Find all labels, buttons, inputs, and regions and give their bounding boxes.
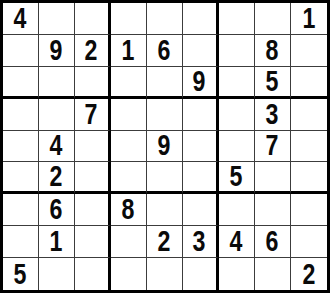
- cell-r5c9[interactable]: [291, 131, 327, 163]
- given-digit: 9: [50, 36, 63, 65]
- cell-r2c6[interactable]: [183, 35, 219, 67]
- cell-r6c6[interactable]: [183, 162, 219, 194]
- cell-r1c4[interactable]: [111, 3, 147, 35]
- given-digit: 2: [158, 227, 171, 256]
- cell-r7c6[interactable]: [183, 194, 219, 226]
- cell-r7c1[interactable]: [3, 194, 39, 226]
- cell-r4c8[interactable]: 3: [255, 99, 291, 131]
- cell-r3c7[interactable]: [219, 67, 255, 99]
- cell-r9c9[interactable]: 2: [291, 258, 327, 290]
- cell-r4c9[interactable]: [291, 99, 327, 131]
- cell-r1c7[interactable]: [219, 3, 255, 35]
- cell-r6c4[interactable]: [111, 162, 147, 194]
- cell-r4c1[interactable]: [3, 99, 39, 131]
- given-digit: 9: [193, 67, 206, 96]
- given-digit: 1: [122, 36, 135, 65]
- cell-r5c1[interactable]: [3, 131, 39, 163]
- given-digit: 8: [266, 36, 279, 65]
- cell-r6c5[interactable]: [147, 162, 183, 194]
- cell-r6c3[interactable]: [75, 162, 111, 194]
- cell-r7c7[interactable]: [219, 194, 255, 226]
- cell-r7c8[interactable]: [255, 194, 291, 226]
- cell-r2c4[interactable]: 1: [111, 35, 147, 67]
- cell-r4c6[interactable]: [183, 99, 219, 131]
- cell-r6c8[interactable]: [255, 162, 291, 194]
- cell-r7c3[interactable]: [75, 194, 111, 226]
- cell-r9c5[interactable]: [147, 258, 183, 290]
- given-digit: 5: [14, 260, 27, 289]
- cell-r2c8[interactable]: 8: [255, 35, 291, 67]
- given-digit: 6: [266, 227, 279, 256]
- given-digit: 2: [85, 36, 98, 65]
- cell-r1c3[interactable]: [75, 3, 111, 35]
- cell-r4c3[interactable]: 7: [75, 99, 111, 131]
- cell-r7c9[interactable]: [291, 194, 327, 226]
- cell-r6c7[interactable]: 5: [219, 162, 255, 194]
- cell-r5c7[interactable]: [219, 131, 255, 163]
- sudoku-page: 4192168957349725681234652: [0, 0, 330, 293]
- cell-r4c7[interactable]: [219, 99, 255, 131]
- cell-r9c6[interactable]: [183, 258, 219, 290]
- cell-r1c1[interactable]: 4: [3, 3, 39, 35]
- cell-r5c4[interactable]: [111, 131, 147, 163]
- cell-r8c4[interactable]: [111, 226, 147, 258]
- cell-r8c7[interactable]: 4: [219, 226, 255, 258]
- given-digit: 7: [266, 131, 279, 160]
- cell-r2c9[interactable]: [291, 35, 327, 67]
- given-digit: 4: [230, 227, 243, 256]
- given-digit: 8: [122, 195, 135, 224]
- given-digit: 2: [303, 260, 316, 289]
- cell-r8c6[interactable]: 3: [183, 226, 219, 258]
- cell-r3c8[interactable]: 5: [255, 67, 291, 99]
- given-digit: 4: [50, 131, 63, 160]
- cell-r4c2[interactable]: [39, 99, 75, 131]
- cell-r7c2[interactable]: 6: [39, 194, 75, 226]
- given-digit: 5: [266, 67, 279, 96]
- cell-r5c8[interactable]: 7: [255, 131, 291, 163]
- cell-r4c4[interactable]: [111, 99, 147, 131]
- cell-r5c2[interactable]: 4: [39, 131, 75, 163]
- sudoku-board: 4192168957349725681234652: [0, 0, 330, 293]
- cell-r3c5[interactable]: [147, 67, 183, 99]
- cell-r8c2[interactable]: 1: [39, 226, 75, 258]
- cell-r2c2[interactable]: 9: [39, 35, 75, 67]
- given-digit: 9: [158, 131, 171, 160]
- cell-r8c5[interactable]: 2: [147, 226, 183, 258]
- cell-r8c8[interactable]: 6: [255, 226, 291, 258]
- given-digit: 1: [303, 4, 316, 33]
- cell-r1c8[interactable]: [255, 3, 291, 35]
- given-digit: 6: [158, 36, 171, 65]
- cell-r7c4[interactable]: 8: [111, 194, 147, 226]
- given-digit: 3: [193, 227, 206, 256]
- cell-r1c9[interactable]: 1: [291, 3, 327, 35]
- given-digit: 5: [230, 162, 243, 191]
- given-digit: 4: [14, 4, 27, 33]
- cell-r8c3[interactable]: [75, 226, 111, 258]
- given-digit: 2: [50, 162, 63, 191]
- given-digit: 1: [50, 227, 63, 256]
- cell-r1c5[interactable]: [147, 3, 183, 35]
- cell-r2c3[interactable]: 2: [75, 35, 111, 67]
- given-digit: 7: [85, 100, 98, 129]
- cell-r3c4[interactable]: [111, 67, 147, 99]
- cell-r9c8[interactable]: [255, 258, 291, 290]
- cell-r3c6[interactable]: 9: [183, 67, 219, 99]
- cell-r7c5[interactable]: [147, 194, 183, 226]
- cell-r9c1[interactable]: 5: [3, 258, 39, 290]
- given-digit: 3: [266, 100, 279, 129]
- cell-r3c9[interactable]: [291, 67, 327, 99]
- cell-r3c3[interactable]: [75, 67, 111, 99]
- cell-r6c9[interactable]: [291, 162, 327, 194]
- cell-r9c4[interactable]: [111, 258, 147, 290]
- cell-r1c6[interactable]: [183, 3, 219, 35]
- cell-r8c1[interactable]: [3, 226, 39, 258]
- cell-r3c2[interactable]: [39, 67, 75, 99]
- cell-r9c3[interactable]: [75, 258, 111, 290]
- cell-r5c6[interactable]: [183, 131, 219, 163]
- cell-r1c2[interactable]: [39, 3, 75, 35]
- cell-r9c2[interactable]: [39, 258, 75, 290]
- cell-r3c1[interactable]: [3, 67, 39, 99]
- cell-r2c7[interactable]: [219, 35, 255, 67]
- cell-r5c5[interactable]: 9: [147, 131, 183, 163]
- cell-r2c1[interactable]: [3, 35, 39, 67]
- cell-r4c5[interactable]: [147, 99, 183, 131]
- cell-r6c1[interactable]: [3, 162, 39, 194]
- cell-r9c7[interactable]: [219, 258, 255, 290]
- cell-r6c2[interactable]: 2: [39, 162, 75, 194]
- cell-r2c5[interactable]: 6: [147, 35, 183, 67]
- cell-r5c3[interactable]: [75, 131, 111, 163]
- cell-r8c9[interactable]: [291, 226, 327, 258]
- given-digit: 6: [50, 195, 63, 224]
